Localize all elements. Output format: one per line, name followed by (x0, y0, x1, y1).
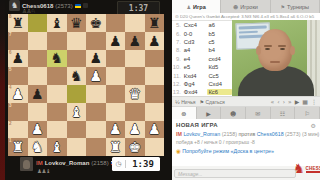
white-move[interactable]: а4 (183, 47, 208, 53)
streamer-face (258, 29, 292, 71)
square-e6[interactable]: ♟ (86, 50, 106, 68)
bottom-player-avatar[interactable] (20, 157, 33, 171)
matchup-line: IM Lovkov_Roman (2158) против Chess0618 … (176, 131, 316, 137)
square-a6[interactable]: 6♟ (8, 50, 28, 68)
board-view-icon[interactable]: ▦ (302, 97, 308, 107)
move-number: 6. (172, 31, 183, 37)
piece-white-bishop[interactable]: ♝ (70, 105, 83, 119)
square-b6[interactable] (28, 50, 48, 68)
player-title-badge-icon: ♞ (9, 0, 20, 11)
piece-white-pawn[interactable]: ♟ (148, 122, 161, 136)
move-number: 9. (172, 56, 183, 62)
square-f7[interactable]: ♟ (106, 32, 126, 50)
square-a1[interactable]: 1♜ (8, 138, 28, 156)
square-g1[interactable]: ♚ (125, 138, 145, 156)
move-row: 11.Кхd4Сс5 (172, 71, 232, 79)
book-icon: ⊙ (175, 14, 179, 19)
last-move-icon[interactable]: » (288, 97, 292, 107)
square-e1[interactable] (86, 138, 106, 156)
square-h7[interactable]: ♟ (145, 32, 165, 50)
square-h4[interactable] (145, 85, 165, 103)
top-player-rating: (2573) (55, 3, 72, 9)
square-d2[interactable] (67, 121, 87, 139)
black-move[interactable]: а6 (207, 22, 232, 28)
gear-icon[interactable]: ⚙ (311, 122, 316, 129)
square-e4[interactable] (86, 85, 106, 103)
stream-frame-edge (0, 0, 5, 180)
move-row: 9.е4схd4 (172, 55, 232, 63)
piece-white-pawn[interactable]: ♟ (31, 122, 44, 136)
panel-tab-bar: ♟Игра☻Игроки⚑Турниры (172, 0, 320, 14)
white-move[interactable]: Схс4 (183, 22, 208, 28)
square-a5[interactable]: 5 (8, 67, 28, 85)
broadcast-icon[interactable]: ⊛ (172, 107, 197, 119)
game-controls: ½ Ничья ⚑ Сдаться «‹›»▶▦⋮ (172, 96, 320, 107)
move-row: 12.Фg4Схd4 (172, 80, 232, 88)
piece-white-rook[interactable]: ♜ (109, 140, 122, 154)
square-d3[interactable]: ♝ (67, 103, 87, 121)
chess-board[interactable]: 8♜♝♛♚♜7♟♟♟6♟♞♟5♞♟4♟♟♛3♝2♟♟♟♟1♜♞♝♜♚ (8, 14, 164, 156)
white-title: IM (176, 131, 182, 137)
tab-icon: ♟ (187, 4, 191, 10)
chat-input[interactable]: Message... (174, 169, 296, 178)
move-number: 7. (172, 39, 183, 45)
white-player-link[interactable]: Lovkov_Roman (183, 131, 220, 137)
prev-move-icon[interactable]: ‹ (277, 97, 279, 107)
piece-black-bishop[interactable]: ♝ (50, 16, 63, 30)
square-d4[interactable] (67, 85, 87, 103)
next-move-icon[interactable]: › (283, 97, 285, 107)
square-c2[interactable] (47, 121, 67, 139)
white-move[interactable]: е5 (183, 64, 208, 70)
square-e5[interactable]: ♟ (86, 67, 106, 85)
piece-white-queen[interactable]: ♛ (128, 87, 141, 101)
square-c3[interactable] (47, 103, 67, 121)
ukraine-flag-icon (75, 4, 81, 8)
piece-black-pawn[interactable]: ♟ (128, 34, 141, 48)
resign-flag-icon: ⚑ (200, 99, 204, 105)
square-a4[interactable]: 4♟ (8, 85, 28, 103)
square-h2[interactable]: ♟ (145, 121, 165, 139)
square-f6[interactable] (106, 50, 126, 68)
bulb-icon: ◉ (176, 148, 181, 154)
square-c1[interactable]: ♝ (47, 138, 67, 156)
move-row: 10.е5Кd5 (172, 63, 232, 71)
rank-label: 8 (9, 14, 12, 19)
white-move[interactable]: Фхd4 (183, 89, 208, 95)
bottom-player-rating: (2158) (91, 160, 108, 166)
square-c8[interactable]: ♝ (47, 14, 67, 32)
square-c4[interactable] (47, 85, 67, 103)
square-b2[interactable]: ♟ (28, 121, 48, 139)
rank-label: 4 (9, 85, 12, 90)
square-e7[interactable] (86, 32, 106, 50)
square-e3[interactable] (86, 103, 106, 121)
rank-label: 7 (9, 32, 12, 37)
players-icon[interactable]: ☻ (221, 107, 246, 119)
black-move[interactable]: b5 (207, 31, 232, 37)
square-d6[interactable] (67, 50, 87, 68)
black-move[interactable]: Сс5 (207, 73, 232, 79)
piece-black-queen[interactable]: ♛ (70, 16, 83, 30)
rank-label: 5 (9, 67, 12, 72)
rank-label: 1 (9, 138, 12, 143)
move-row: 13.Фхd4Кс6 (172, 88, 232, 96)
board-mode-tip-link[interactable]: ◉ Попробуйте режим «Доска в центре» (176, 148, 316, 154)
piece-black-pawn[interactable]: ♟ (148, 34, 161, 48)
red-knight-logo-icon: ♞ (293, 162, 305, 176)
move-row: 8.а4b4 (172, 46, 232, 54)
chess-logo: ♞ CHESS (296, 159, 319, 179)
move-number: 5. (172, 22, 183, 28)
square-c5[interactable] (47, 67, 67, 85)
black-move[interactable]: схd4 (207, 56, 232, 62)
first-move-icon[interactable]: « (271, 97, 275, 107)
piece-black-pawn[interactable]: ♟ (89, 51, 102, 65)
square-b8[interactable] (28, 14, 48, 32)
square-f4[interactable] (106, 85, 126, 103)
move-number: 12. (172, 81, 183, 87)
piece-black-rook[interactable]: ♜ (11, 16, 24, 30)
square-g2[interactable]: ♟ (125, 121, 145, 139)
piece-white-pawn[interactable]: ♟ (89, 69, 102, 83)
rank-label: 2 (9, 121, 12, 126)
tab-icon: ⚑ (281, 4, 285, 10)
piece-white-pawn[interactable]: ♟ (128, 122, 141, 136)
square-e8[interactable]: ♚ (86, 14, 106, 32)
square-h6[interactable] (145, 50, 165, 68)
bottom-clock: ◷ 1:39 (112, 157, 160, 171)
square-f5[interactable] (106, 67, 126, 85)
piece-white-rook[interactable]: ♜ (11, 140, 24, 154)
white-move[interactable]: Фg4 (183, 81, 208, 87)
square-e2[interactable] (86, 121, 106, 139)
flag-icon[interactable]: ⚐ (295, 107, 320, 119)
move-number: 10. (172, 64, 183, 70)
half-point-icon: ½ (175, 99, 180, 105)
square-f8[interactable] (106, 14, 126, 32)
square-c6[interactable]: ♞ (47, 50, 67, 68)
tab-игра[interactable]: ♟Игра (172, 0, 221, 13)
bottom-captured-pieces: ♟♟♝ (37, 168, 50, 174)
move-number: 11. (172, 73, 183, 79)
square-a2[interactable]: 2 (8, 121, 28, 139)
piece-black-knight[interactable]: ♞ (70, 69, 83, 83)
square-b5[interactable] (28, 67, 48, 85)
player-badge-icon (83, 3, 88, 8)
draw-button[interactable]: ½ Ничья (175, 99, 196, 105)
bottom-player-name[interactable]: Lovkov_Roman (45, 160, 90, 166)
square-h8[interactable]: ♜ (145, 14, 165, 32)
square-a7[interactable]: 7 (8, 32, 28, 50)
white-move[interactable]: е4 (183, 56, 208, 62)
black-player-link[interactable]: Chess0618 (257, 131, 284, 137)
square-g3[interactable] (125, 103, 145, 121)
black-move[interactable]: Кс6 (207, 89, 232, 95)
time-control: (3 мин) (302, 131, 319, 137)
square-d8[interactable]: ♛ (67, 14, 87, 32)
tab-icon: ☻ (233, 4, 238, 10)
piece-white-pawn[interactable]: ♟ (11, 87, 24, 101)
square-c7[interactable] (47, 32, 67, 50)
square-h3[interactable] (145, 103, 165, 121)
move-number: 13. (172, 89, 183, 95)
square-a8[interactable]: 8♜ (8, 14, 28, 32)
rating-change-line: победа +8 / ничья 0 / проигрыш -8 (176, 139, 316, 145)
piece-black-pawn[interactable]: ♟ (109, 34, 122, 48)
piece-black-pawn[interactable]: ♟ (31, 87, 44, 101)
move-list[interactable]: 5.Схс4а66.0-0b57.Сd3с58.а4b49.е4схd410.е… (172, 21, 232, 96)
webcam-video (232, 20, 320, 96)
move-row: 6.0-0b5 (172, 29, 232, 37)
piece-white-knight[interactable]: ♞ (31, 140, 44, 154)
square-h5[interactable] (145, 67, 165, 85)
bottom-player-title: IM (36, 160, 43, 166)
rank-label: 6 (9, 50, 12, 55)
black-move[interactable]: с5 (207, 39, 232, 45)
resign-button[interactable]: ⚑ Сдаться (200, 99, 225, 105)
move-row: 5.Схс4а6 (172, 21, 232, 29)
replay-controls: «‹›»▶▦⋮ (271, 97, 317, 107)
white-move[interactable]: Сd3 (183, 39, 208, 45)
black-move[interactable]: b4 (207, 47, 232, 53)
piece-white-bishop[interactable]: ♝ (50, 140, 63, 154)
tab-турниры[interactable]: ⚑Турниры (271, 0, 320, 13)
square-b1[interactable]: ♞ (28, 138, 48, 156)
square-f3[interactable] (106, 103, 126, 121)
square-d7[interactable] (67, 32, 87, 50)
square-g5[interactable] (125, 67, 145, 85)
black-move[interactable]: Схd4 (207, 81, 232, 87)
chat-icon[interactable]: ✉ (246, 107, 271, 119)
square-g6[interactable] (125, 50, 145, 68)
square-h1[interactable] (145, 138, 165, 156)
square-a3[interactable]: 3 (8, 103, 28, 121)
move-number: 8. (172, 47, 183, 53)
side-panel: ♟Игра☻Игроки⚑Турниры ⊙ D20 Queen's Gambi… (172, 0, 320, 180)
rank-label: 3 (9, 103, 12, 108)
menu-icon[interactable]: ⋮ (311, 97, 317, 107)
piece-black-king[interactable]: ♚ (89, 16, 102, 30)
piece-white-pawn[interactable]: ♟ (109, 122, 122, 136)
square-b7[interactable] (28, 32, 48, 50)
square-f1[interactable]: ♜ (106, 138, 126, 156)
piece-black-rook[interactable]: ♜ (148, 16, 161, 30)
piece-black-knight[interactable]: ♞ (50, 51, 63, 65)
new-game-header: НОВАЯ ИГРА (176, 122, 316, 128)
square-f2[interactable]: ♟ (106, 121, 126, 139)
square-b4[interactable]: ♟ (28, 85, 48, 103)
piece-white-king[interactable]: ♚ (128, 140, 141, 154)
square-g4[interactable]: ♛ (125, 85, 145, 103)
list-icon[interactable]: ☷ (271, 107, 296, 119)
autoplay-icon[interactable]: ▶ (295, 97, 300, 107)
top-player-bar: ♞ Chess0618 (2573) (9, 1, 88, 10)
square-g7[interactable]: ♟ (125, 32, 145, 50)
clock-icon: ◷ (112, 160, 126, 168)
square-b3[interactable] (28, 103, 48, 121)
video-icon[interactable]: ▶ (197, 107, 222, 119)
move-row: 7.Сd3с5 (172, 38, 232, 46)
square-d5[interactable]: ♞ (67, 67, 87, 85)
piece-black-pawn[interactable]: ♟ (11, 51, 24, 65)
white-move[interactable]: 0-0 (183, 31, 208, 37)
square-d1[interactable] (67, 138, 87, 156)
tab-игроки[interactable]: ☻Игроки (221, 0, 270, 13)
square-g8[interactable] (125, 14, 145, 32)
top-clock: 1:37 (117, 1, 160, 15)
black-move[interactable]: Кd5 (207, 64, 232, 70)
top-captured-pieces: ♙♙♘ (22, 8, 35, 14)
white-move[interactable]: Кхd4 (183, 73, 208, 79)
